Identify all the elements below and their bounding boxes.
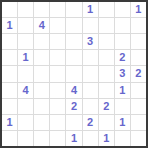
empty-cell-r8c4[interactable]: [50, 115, 65, 130]
empty-cell-r8c3[interactable]: [34, 115, 49, 130]
empty-cell-r2c2[interactable]: [18, 18, 33, 33]
empty-cell-r9c9[interactable]: [131, 131, 146, 146]
clue-cell-r9c7: 1: [99, 131, 114, 146]
clue-cell-r2c1: 1: [2, 18, 17, 33]
clue-cell-r1c6: 1: [83, 2, 98, 17]
empty-cell-r6c1[interactable]: [2, 83, 17, 98]
empty-cell-r1c5[interactable]: [66, 2, 81, 17]
empty-cell-r1c8[interactable]: [115, 2, 130, 17]
empty-cell-r4c5[interactable]: [66, 50, 81, 65]
empty-cell-r8c5[interactable]: [66, 115, 81, 130]
empty-cell-r1c3[interactable]: [34, 2, 49, 17]
empty-cell-r6c7[interactable]: [99, 83, 114, 98]
empty-cell-r3c3[interactable]: [34, 34, 49, 49]
empty-cell-r7c8[interactable]: [115, 99, 130, 114]
empty-cell-r3c8[interactable]: [115, 34, 130, 49]
empty-cell-r6c4[interactable]: [50, 83, 65, 98]
empty-cell-r8c9[interactable]: [131, 115, 146, 130]
empty-cell-r7c6[interactable]: [83, 99, 98, 114]
empty-cell-r6c3[interactable]: [34, 83, 49, 98]
empty-cell-r9c2[interactable]: [18, 131, 33, 146]
empty-cell-r1c2[interactable]: [18, 2, 33, 17]
empty-cell-r3c7[interactable]: [99, 34, 114, 49]
empty-cell-r4c3[interactable]: [34, 50, 49, 65]
empty-cell-r5c6[interactable]: [83, 66, 98, 81]
empty-cell-r3c5[interactable]: [66, 34, 81, 49]
empty-cell-r9c4[interactable]: [50, 131, 65, 146]
clue-cell-r8c8: 1: [115, 115, 130, 130]
empty-cell-r4c1[interactable]: [2, 50, 17, 65]
empty-cell-r8c2[interactable]: [18, 115, 33, 130]
empty-cell-r9c6[interactable]: [83, 131, 98, 146]
clue-cell-r4c2: 1: [18, 50, 33, 65]
empty-cell-r8c7[interactable]: [99, 115, 114, 130]
empty-cell-r7c3[interactable]: [34, 99, 49, 114]
clue-cell-r5c9: 2: [131, 66, 146, 81]
empty-cell-r7c4[interactable]: [50, 99, 65, 114]
empty-cell-r1c1[interactable]: [2, 2, 17, 17]
empty-cell-r5c4[interactable]: [50, 66, 65, 81]
empty-cell-r5c2[interactable]: [18, 66, 33, 81]
empty-cell-r6c6[interactable]: [83, 83, 98, 98]
empty-cell-r2c5[interactable]: [66, 18, 81, 33]
clue-cell-r6c2: 4: [18, 83, 33, 98]
clue-cell-r6c8: 1: [115, 83, 130, 98]
empty-cell-r4c7[interactable]: [99, 50, 114, 65]
empty-cell-r3c9[interactable]: [131, 34, 146, 49]
empty-cell-r2c7[interactable]: [99, 18, 114, 33]
empty-cell-r4c9[interactable]: [131, 50, 146, 65]
clue-cell-r1c9: 1: [131, 2, 146, 17]
empty-cell-r6c9[interactable]: [131, 83, 146, 98]
clue-cell-r8c6: 2: [83, 115, 98, 130]
empty-cell-r9c1[interactable]: [2, 131, 17, 146]
clue-cell-r9c5: 1: [66, 131, 81, 146]
empty-cell-r5c1[interactable]: [2, 66, 17, 81]
empty-cell-r5c3[interactable]: [34, 66, 49, 81]
empty-cell-r7c1[interactable]: [2, 99, 17, 114]
empty-cell-r4c6[interactable]: [83, 50, 98, 65]
empty-cell-r5c7[interactable]: [99, 66, 114, 81]
empty-cell-r2c8[interactable]: [115, 18, 130, 33]
empty-cell-r3c1[interactable]: [2, 34, 17, 49]
empty-cell-r9c3[interactable]: [34, 131, 49, 146]
clue-cell-r7c7: 2: [99, 99, 114, 114]
empty-cell-r2c9[interactable]: [131, 18, 146, 33]
empty-cell-r4c4[interactable]: [50, 50, 65, 65]
empty-cell-r5c5[interactable]: [66, 66, 81, 81]
clue-cell-r5c8: 3: [115, 66, 130, 81]
empty-cell-r2c6[interactable]: [83, 18, 98, 33]
clue-cell-r4c8: 2: [115, 50, 130, 65]
clue-cell-r7c5: 2: [66, 99, 81, 114]
clue-cell-r2c3: 4: [34, 18, 49, 33]
clue-cell-r3c6: 3: [83, 34, 98, 49]
empty-cell-r1c7[interactable]: [99, 2, 114, 17]
clue-cell-r6c5: 4: [66, 83, 81, 98]
empty-cell-r7c2[interactable]: [18, 99, 33, 114]
empty-cell-r1c4[interactable]: [50, 2, 65, 17]
empty-cell-r3c4[interactable]: [50, 34, 65, 49]
empty-cell-r7c9[interactable]: [131, 99, 146, 114]
puzzle-board: 1114312324412212111: [0, 0, 148, 148]
empty-cell-r2c4[interactable]: [50, 18, 65, 33]
clue-cell-r8c1: 1: [2, 115, 17, 130]
empty-cell-r9c8[interactable]: [115, 131, 130, 146]
empty-cell-r3c2[interactable]: [18, 34, 33, 49]
